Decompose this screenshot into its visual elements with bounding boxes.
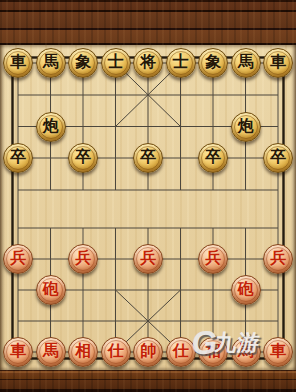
piece-glyph: 兵: [140, 250, 156, 266]
piece-black-elephant[interactable]: 象: [198, 48, 228, 78]
piece-glyph: 士: [173, 54, 189, 70]
piece-black-elephant[interactable]: 象: [68, 48, 98, 78]
table-wood-bottom: [0, 370, 296, 392]
piece-black-soldier[interactable]: 卒: [263, 143, 293, 173]
piece-red-soldier[interactable]: 兵: [133, 244, 163, 274]
piece-red-horse[interactable]: 馬: [36, 337, 66, 367]
piece-glyph: 兵: [205, 250, 221, 266]
piece-red-soldier[interactable]: 兵: [3, 244, 33, 274]
piece-glyph: 卒: [205, 149, 221, 165]
piece-glyph: 炮: [43, 118, 59, 134]
piece-glyph: 将: [140, 54, 156, 70]
piece-glyph: 仕: [173, 343, 189, 359]
piece-red-general[interactable]: 帥: [133, 337, 163, 367]
piece-glyph: 卒: [10, 149, 26, 165]
piece-black-advisor[interactable]: 士: [166, 48, 196, 78]
piece-glyph: 兵: [270, 250, 286, 266]
piece-red-chariot[interactable]: 車: [263, 337, 293, 367]
xiangqi-game-screen: 車馬象士将士象馬車炮炮卒卒卒卒卒兵兵兵兵兵砲砲車馬相仕帥仕相馬車 G 九游: [0, 0, 296, 392]
piece-black-cannon[interactable]: 炮: [231, 112, 261, 142]
piece-red-horse[interactable]: 馬: [231, 337, 261, 367]
piece-red-soldier[interactable]: 兵: [198, 244, 228, 274]
piece-glyph: 炮: [238, 118, 254, 134]
piece-black-horse[interactable]: 馬: [36, 48, 66, 78]
piece-glyph: 相: [75, 343, 91, 359]
table-wood-top: [0, 0, 296, 45]
piece-glyph: 砲: [238, 281, 254, 297]
piece-glyph: 馬: [43, 54, 59, 70]
piece-red-elephant[interactable]: 相: [198, 337, 228, 367]
piece-black-soldier[interactable]: 卒: [198, 143, 228, 173]
piece-glyph: 車: [270, 54, 286, 70]
piece-black-advisor[interactable]: 士: [101, 48, 131, 78]
piece-glyph: 仕: [108, 343, 124, 359]
piece-black-general[interactable]: 将: [133, 48, 163, 78]
piece-glyph: 象: [205, 54, 221, 70]
piece-glyph: 士: [108, 54, 124, 70]
piece-red-advisor[interactable]: 仕: [101, 337, 131, 367]
piece-glyph: 馬: [43, 343, 59, 359]
piece-glyph: 車: [10, 54, 26, 70]
piece-glyph: 兵: [75, 250, 91, 266]
piece-red-soldier[interactable]: 兵: [68, 244, 98, 274]
pieces-grid: 車馬象士将士象馬車炮炮卒卒卒卒卒兵兵兵兵兵砲砲車馬相仕帥仕相馬車: [2, 46, 295, 373]
piece-red-soldier[interactable]: 兵: [263, 244, 293, 274]
piece-black-chariot[interactable]: 車: [3, 48, 33, 78]
piece-black-chariot[interactable]: 車: [263, 48, 293, 78]
piece-red-chariot[interactable]: 車: [3, 337, 33, 367]
piece-glyph: 卒: [270, 149, 286, 165]
piece-black-soldier[interactable]: 卒: [68, 143, 98, 173]
piece-red-advisor[interactable]: 仕: [166, 337, 196, 367]
piece-glyph: 車: [270, 343, 286, 359]
piece-black-soldier[interactable]: 卒: [133, 143, 163, 173]
piece-black-cannon[interactable]: 炮: [36, 112, 66, 142]
piece-glyph: 卒: [75, 149, 91, 165]
piece-glyph: 砲: [43, 281, 59, 297]
piece-glyph: 馬: [238, 54, 254, 70]
piece-glyph: 相: [205, 343, 221, 359]
piece-black-soldier[interactable]: 卒: [3, 143, 33, 173]
piece-red-cannon[interactable]: 砲: [36, 275, 66, 305]
piece-glyph: 馬: [238, 343, 254, 359]
piece-red-cannon[interactable]: 砲: [231, 275, 261, 305]
piece-glyph: 車: [10, 343, 26, 359]
piece-glyph: 卒: [140, 149, 156, 165]
piece-glyph: 帥: [140, 343, 156, 359]
piece-glyph: 象: [75, 54, 91, 70]
piece-glyph: 兵: [10, 250, 26, 266]
piece-black-horse[interactable]: 馬: [231, 48, 261, 78]
piece-red-elephant[interactable]: 相: [68, 337, 98, 367]
